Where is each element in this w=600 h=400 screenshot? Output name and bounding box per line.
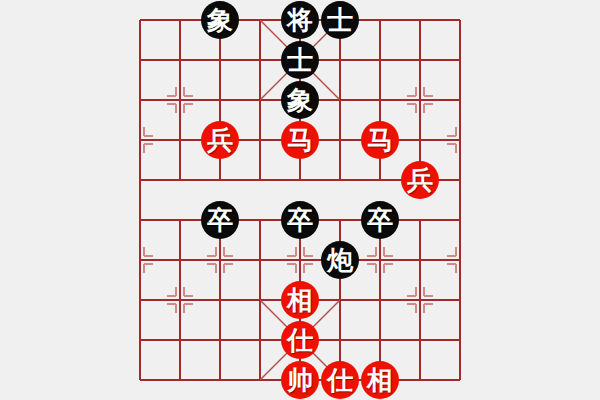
piece-black-general[interactable]: 将	[281, 1, 319, 39]
piece-red-soldier[interactable]: 兵	[401, 161, 439, 199]
piece-black-advisor[interactable]: 士	[281, 41, 319, 79]
piece-red-elephant[interactable]: 相	[281, 281, 319, 319]
xiangqi-app-screen: 象将士士象兵马马兵卒卒卒炮相仕帅仕相	[0, 0, 600, 400]
piece-red-elephant[interactable]: 相	[361, 361, 399, 399]
piece-black-soldier[interactable]: 卒	[361, 201, 399, 239]
piece-red-horse[interactable]: 马	[361, 121, 399, 159]
piece-red-advisor[interactable]: 仕	[321, 361, 359, 399]
xiangqi-board[interactable]: 象将士士象兵马马兵卒卒卒炮相仕帅仕相	[120, 0, 480, 400]
piece-black-cannon[interactable]: 炮	[321, 241, 359, 279]
piece-black-advisor[interactable]: 士	[321, 1, 359, 39]
piece-black-elephant[interactable]: 象	[201, 1, 239, 39]
piece-red-general[interactable]: 帅	[281, 361, 319, 399]
piece-red-horse[interactable]: 马	[281, 121, 319, 159]
piece-black-soldier[interactable]: 卒	[281, 201, 319, 239]
piece-black-soldier[interactable]: 卒	[201, 201, 239, 239]
piece-red-advisor[interactable]: 仕	[281, 321, 319, 359]
piece-black-elephant[interactable]: 象	[281, 81, 319, 119]
piece-red-soldier[interactable]: 兵	[201, 121, 239, 159]
